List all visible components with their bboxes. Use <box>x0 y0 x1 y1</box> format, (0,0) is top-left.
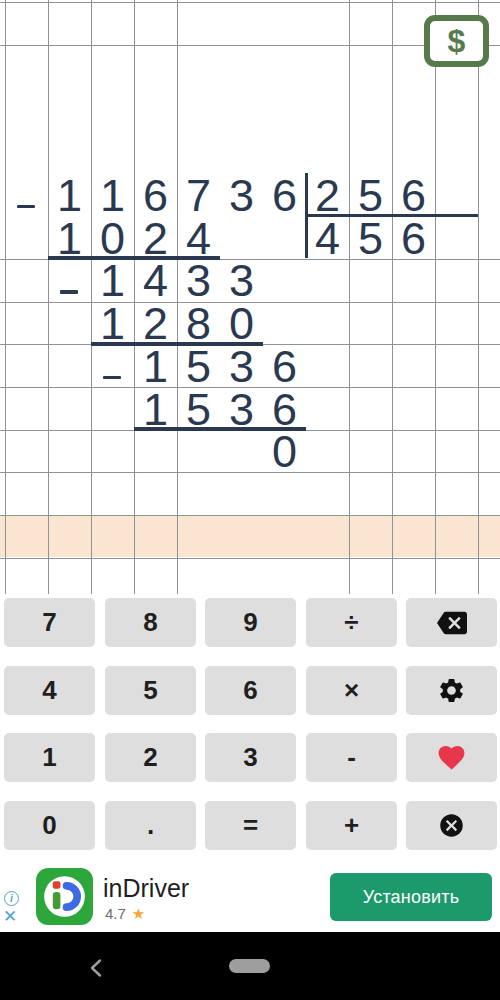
digit-product-1: 2 <box>134 216 177 259</box>
digit-remainder-1: 4 <box>134 258 177 301</box>
key-9[interactable]: 9 <box>205 598 296 647</box>
install-button[interactable]: Установить <box>330 873 492 921</box>
key-8[interactable]: 8 <box>105 598 196 647</box>
digit-dividend: 6 <box>134 173 177 216</box>
minus-sign <box>17 205 35 209</box>
key-multiply[interactable]: × <box>306 666 397 715</box>
digit-product-3: 5 <box>177 387 220 430</box>
digit-dividend: 6 <box>263 173 306 216</box>
ad-info-icon[interactable]: i <box>4 891 19 906</box>
home-pill[interactable] <box>229 959 270 973</box>
digit-remainder-2: 1 <box>134 344 177 387</box>
indriver-logo[interactable] <box>36 868 93 925</box>
digit-product-2: 0 <box>220 301 263 344</box>
ad-banner[interactable]: i ✕ inDriver 4.7★ Установить <box>0 850 500 932</box>
digit-dividend: 1 <box>91 173 134 216</box>
star-icon: ★ <box>132 905 145 922</box>
key-decimal[interactable]: . <box>105 801 196 850</box>
digit-quotient: 4 <box>306 216 349 259</box>
digit-product-2: 8 <box>177 301 220 344</box>
key-2[interactable]: 2 <box>105 733 196 782</box>
cancel-icon <box>438 812 465 839</box>
digit-final-remainder: 0 <box>263 429 306 472</box>
app-screen: 116736256102445614331280153615360 $ 789÷… <box>0 0 500 1000</box>
digit-remainder-2: 3 <box>220 344 263 387</box>
ad-rating: 4.7★ <box>105 905 145 923</box>
android-navbar <box>0 932 500 1000</box>
long-division-work: 116736256102445614331280153615360 <box>0 0 500 594</box>
digit-dividend: 3 <box>220 173 263 216</box>
close-key[interactable] <box>406 801 497 850</box>
key-4[interactable]: 4 <box>4 666 95 715</box>
digit-remainder-1: 3 <box>220 258 263 301</box>
minus-sign <box>60 290 78 294</box>
minus-sign <box>103 376 121 380</box>
key-equals[interactable]: = <box>205 801 296 850</box>
back-button[interactable] <box>88 958 104 978</box>
digit-divisor: 2 <box>306 173 349 216</box>
ad-close-icon[interactable]: ✕ <box>3 908 17 925</box>
digit-quotient: 6 <box>392 216 435 259</box>
key-6[interactable]: 6 <box>205 666 296 715</box>
divisor-bar <box>305 173 309 258</box>
digit-product-1: 4 <box>177 216 220 259</box>
digit-product-1: 1 <box>48 216 91 259</box>
digit-remainder-1: 1 <box>91 258 134 301</box>
favorite-icon <box>436 742 467 773</box>
ad-app-title: inDriver <box>103 874 189 903</box>
ad-rating-value: 4.7 <box>105 905 126 922</box>
dollar-icon: $ <box>448 25 466 57</box>
backspace-key[interactable] <box>406 598 497 647</box>
digit-remainder-1: 3 <box>177 258 220 301</box>
digit-product-2: 2 <box>134 301 177 344</box>
digit-divisor: 5 <box>349 173 392 216</box>
digit-remainder-2: 5 <box>177 344 220 387</box>
division-underline <box>91 342 263 346</box>
key-7[interactable]: 7 <box>4 598 95 647</box>
key-divide[interactable]: ÷ <box>306 598 397 647</box>
digit-quotient: 5 <box>349 216 392 259</box>
key-minus[interactable]: - <box>306 733 397 782</box>
key-1[interactable]: 1 <box>4 733 95 782</box>
digit-product-3: 6 <box>263 387 306 430</box>
dollar-icon-button[interactable]: $ <box>424 15 489 67</box>
digit-product-3: 3 <box>220 387 263 430</box>
quotient-separator-line <box>306 214 478 218</box>
key-5[interactable]: 5 <box>105 666 196 715</box>
favorite-key[interactable] <box>406 733 497 782</box>
settings-icon <box>437 676 466 705</box>
key-plus[interactable]: + <box>306 801 397 850</box>
digit-dividend: 7 <box>177 173 220 216</box>
key-0[interactable]: 0 <box>4 801 95 850</box>
digit-product-1: 0 <box>91 216 134 259</box>
digit-dividend: 1 <box>48 173 91 216</box>
settings-key[interactable] <box>406 666 497 715</box>
digit-product-2: 1 <box>91 301 134 344</box>
digit-product-3: 1 <box>134 387 177 430</box>
digit-remainder-2: 6 <box>263 344 306 387</box>
division-underline <box>134 427 306 431</box>
division-underline <box>48 256 220 260</box>
backspace-icon <box>437 608 467 638</box>
key-3[interactable]: 3 <box>205 733 296 782</box>
digit-divisor: 6 <box>392 173 435 216</box>
